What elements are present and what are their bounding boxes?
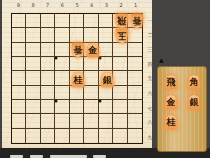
cell-2-4[interactable] xyxy=(113,57,127,71)
cell-2-6[interactable] xyxy=(113,86,127,100)
cell-2-7[interactable] xyxy=(113,100,127,114)
piece-rook-in-hand[interactable]: 飛 xyxy=(165,75,178,89)
cell-6-9[interactable] xyxy=(55,129,69,143)
hoshi-dot xyxy=(55,100,58,103)
rank-label-4: 四 xyxy=(146,57,154,72)
cell-9-3[interactable] xyxy=(12,43,26,57)
cell-5-8[interactable] xyxy=(70,114,84,128)
piece-shape: 飛 xyxy=(165,75,178,89)
rank-label-2: 二 xyxy=(146,28,154,43)
rank-label-8: 八 xyxy=(146,115,154,130)
toolbar-button-partial[interactable] xyxy=(93,155,106,158)
cell-3-4[interactable] xyxy=(99,57,113,71)
cell-7-5[interactable] xyxy=(41,71,55,85)
hoshi-dot xyxy=(99,100,102,103)
cell-7-8[interactable] xyxy=(41,114,55,128)
file-label-3: 3 xyxy=(99,0,114,11)
cell-7-2[interactable] xyxy=(41,28,55,42)
file-label-7: 7 xyxy=(40,0,55,11)
cell-5-2[interactable] xyxy=(70,28,84,42)
piece-kanji: 桂 xyxy=(72,73,85,87)
board-panel: 987654321 一二三四五六七八九 飛香玉香金桂銀 xyxy=(2,0,152,148)
cell-8-1[interactable] xyxy=(26,14,40,28)
file-label-1: 1 xyxy=(128,0,143,11)
piece-lance-11[interactable]: 香 xyxy=(130,14,143,28)
file-label-2: 2 xyxy=(114,0,129,11)
rank-label-3: 三 xyxy=(146,42,154,57)
cell-4-1[interactable] xyxy=(84,14,98,28)
cell-4-4[interactable] xyxy=(84,57,98,71)
piece-shape: 香 xyxy=(72,43,85,57)
piece-knight-in-hand[interactable]: 桂 xyxy=(165,115,178,129)
piece-kanji: 飛 xyxy=(116,14,129,28)
cell-6-2[interactable] xyxy=(55,28,69,42)
file-label-5: 5 xyxy=(70,0,85,11)
cell-5-9[interactable] xyxy=(70,129,84,143)
cell-4-7[interactable] xyxy=(84,100,98,114)
cell-1-9[interactable] xyxy=(128,129,142,143)
cell-8-6[interactable] xyxy=(26,86,40,100)
cell-1-6[interactable] xyxy=(128,86,142,100)
piece-shape: 金 xyxy=(86,43,99,57)
cell-6-4[interactable] xyxy=(55,57,69,71)
piece-rook-21[interactable]: 飛 xyxy=(116,14,129,28)
cell-3-3[interactable] xyxy=(99,43,113,57)
cell-6-5[interactable] xyxy=(55,71,69,85)
piece-kanji: 金 xyxy=(165,95,178,109)
cell-7-4[interactable] xyxy=(41,57,55,71)
piece-shape: 桂 xyxy=(165,115,178,129)
piece-shape: 香 xyxy=(130,14,143,28)
cell-9-5[interactable] xyxy=(12,71,26,85)
shogi-board: 飛香玉香金桂銀 xyxy=(11,13,143,144)
cell-7-9[interactable] xyxy=(41,129,55,143)
piece-kanji: 桂 xyxy=(165,115,178,129)
cell-6-8[interactable] xyxy=(55,114,69,128)
cell-8-5[interactable] xyxy=(26,71,40,85)
cell-4-8[interactable] xyxy=(84,114,98,128)
cell-8-9[interactable] xyxy=(26,129,40,143)
file-label-9: 9 xyxy=(11,0,26,11)
piece-kanji: 銀 xyxy=(188,95,201,109)
cell-8-2[interactable] xyxy=(26,28,40,42)
cell-3-1[interactable] xyxy=(99,14,113,28)
cell-8-8[interactable] xyxy=(26,114,40,128)
piece-kanji: 香 xyxy=(130,14,143,28)
cell-1-8[interactable] xyxy=(128,114,142,128)
cell-2-9[interactable] xyxy=(113,129,127,143)
cell-6-3[interactable] xyxy=(55,43,69,57)
rank-label-6: 六 xyxy=(146,86,154,101)
cell-6-7[interactable] xyxy=(55,100,69,114)
cell-9-6[interactable] xyxy=(12,86,26,100)
cell-7-6[interactable] xyxy=(41,86,55,100)
piece-kanji: 玉 xyxy=(116,29,129,43)
piece-shape: 桂 xyxy=(72,73,85,87)
cell-1-5[interactable] xyxy=(128,71,142,85)
cell-3-8[interactable] xyxy=(99,114,113,128)
cell-4-6[interactable] xyxy=(84,86,98,100)
cell-5-4[interactable] xyxy=(70,57,84,71)
rank-labels: 一二三四五六七八九 xyxy=(146,13,154,144)
sente-hand-marker: ▲ xyxy=(159,56,164,64)
piece-bishop-in-hand[interactable]: 角 xyxy=(188,75,201,89)
cell-4-5[interactable] xyxy=(84,71,98,85)
cell-2-8[interactable] xyxy=(113,114,127,128)
piece-shape: 金 xyxy=(165,95,178,109)
toolbar-button-partial[interactable] xyxy=(10,155,23,158)
piece-king-22[interactable]: 玉 xyxy=(116,29,129,43)
cell-8-4[interactable] xyxy=(26,57,40,71)
cell-1-3[interactable] xyxy=(128,43,142,57)
toolbar-button-partial[interactable] xyxy=(50,155,87,158)
piece-gold-43[interactable]: 金 xyxy=(86,43,99,57)
cell-3-9[interactable] xyxy=(99,129,113,143)
piece-knight-55[interactable]: 桂 xyxy=(72,73,85,87)
cell-7-1[interactable] xyxy=(41,14,55,28)
file-labels: 987654321 xyxy=(11,0,143,11)
cell-2-5[interactable] xyxy=(113,71,127,85)
toolbar-button-partial[interactable] xyxy=(30,155,43,158)
file-label-8: 8 xyxy=(26,0,41,11)
piece-silver-in-hand[interactable]: 銀 xyxy=(188,95,201,109)
cell-9-2[interactable] xyxy=(12,28,26,42)
hoshi-dot xyxy=(55,56,58,59)
piece-shape: 銀 xyxy=(188,95,201,109)
cell-7-3[interactable] xyxy=(41,43,55,57)
cell-1-2[interactable] xyxy=(128,28,142,42)
cell-2-3[interactable] xyxy=(113,43,127,57)
cell-3-2[interactable] xyxy=(99,28,113,42)
cell-5-6[interactable] xyxy=(70,86,84,100)
rank-label-7: 七 xyxy=(146,100,154,115)
cell-9-8[interactable] xyxy=(12,114,26,128)
piece-lance-53[interactable]: 香 xyxy=(72,43,85,57)
cell-4-9[interactable] xyxy=(84,129,98,143)
piece-kanji: 金 xyxy=(86,43,99,57)
piece-silver-35[interactable]: 銀 xyxy=(101,73,114,87)
cell-5-1[interactable] xyxy=(70,14,84,28)
piece-shape: 銀 xyxy=(101,73,114,87)
piece-shape: 角 xyxy=(188,75,201,89)
cell-9-4[interactable] xyxy=(12,57,26,71)
cell-3-6[interactable] xyxy=(99,86,113,100)
piece-kanji: 銀 xyxy=(101,73,114,87)
cell-5-7[interactable] xyxy=(70,100,84,114)
piece-gold-in-hand[interactable]: 金 xyxy=(165,95,178,109)
piece-kanji: 香 xyxy=(72,43,85,57)
rank-label-1: 一 xyxy=(146,13,154,28)
file-label-4: 4 xyxy=(84,0,99,11)
cell-9-1[interactable] xyxy=(12,14,26,28)
rank-label-5: 五 xyxy=(146,71,154,86)
piece-kanji: 飛 xyxy=(165,75,178,89)
cell-1-7[interactable] xyxy=(128,100,142,114)
cell-9-9[interactable] xyxy=(12,129,26,143)
cell-1-4[interactable] xyxy=(128,57,142,71)
cell-6-1[interactable] xyxy=(55,14,69,28)
cell-6-6[interactable] xyxy=(55,86,69,100)
piece-shape: 玉 xyxy=(116,29,129,43)
cell-9-7[interactable] xyxy=(12,100,26,114)
cell-7-7[interactable] xyxy=(41,100,55,114)
cell-8-3[interactable] xyxy=(26,43,40,57)
komadai: 飛角金銀桂 xyxy=(157,66,207,152)
file-label-6: 6 xyxy=(55,0,70,11)
piece-kanji: 角 xyxy=(188,75,201,89)
cell-4-2[interactable] xyxy=(84,28,98,42)
cell-8-7[interactable] xyxy=(26,100,40,114)
piece-shape: 飛 xyxy=(116,14,129,28)
rank-label-9: 九 xyxy=(146,129,154,144)
shogi-app: 987654321 一二三四五六七八九 飛香玉香金桂銀 ▲ 飛角金銀桂 xyxy=(0,0,210,158)
